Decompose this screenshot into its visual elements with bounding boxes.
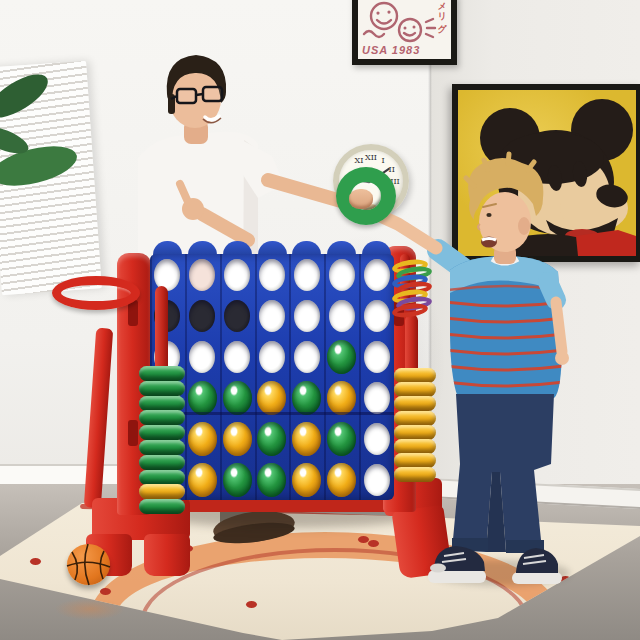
basketball [67,544,110,585]
boy-right-shoe [512,548,562,584]
boy-left-shoe [428,546,486,583]
boy-left-arm [556,302,562,352]
boy-shirt [446,249,564,398]
room-photo: USA 1983 メリ グ XIXIIIIIIII [0,0,640,640]
hand-gripping-ring [349,189,373,209]
boy-jeans [452,394,554,553]
